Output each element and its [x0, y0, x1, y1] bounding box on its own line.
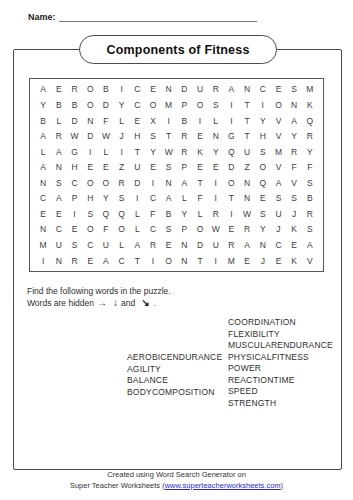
grid-cell: C [271, 237, 287, 253]
grid-cell: F [98, 113, 114, 129]
grid-cell: C [51, 222, 67, 238]
grid-cell: C [129, 97, 145, 113]
grid-cell: O [145, 97, 161, 113]
grid-cell: U [192, 82, 208, 98]
grid-cell: S [114, 191, 130, 207]
word-list-item: AGILITY [127, 364, 222, 376]
grid-cell: S [145, 128, 161, 144]
worksheet-page: Name: Components of Fitness AEROBICENDUR… [0, 0, 353, 500]
grid-cell: R [177, 144, 193, 160]
grid-cell: P [177, 159, 193, 175]
grid-cell: Q [302, 113, 318, 129]
grid-cell: E [192, 128, 208, 144]
grid-cell: C [145, 222, 161, 238]
grid-cell: S [208, 97, 224, 113]
grid-cell: T [161, 128, 177, 144]
grid-cell: E [161, 237, 177, 253]
grid-cell: K [286, 253, 302, 269]
grid-cell: D [177, 82, 193, 98]
puzzle-grid-box: AEROBICENDURANCESMYBBODYCOMPOSITIONKBLDN… [29, 78, 324, 272]
grid-cell: I [208, 175, 224, 191]
grid-cell: V [286, 175, 302, 191]
grid-cell: R [145, 237, 161, 253]
grid-cell: A [35, 159, 51, 175]
grid-cell: I [255, 97, 271, 113]
grid-cell: J [286, 206, 302, 222]
grid-cell: T [129, 144, 145, 160]
grid-cell: W [208, 222, 224, 238]
grid-cell: L [35, 144, 51, 160]
word-list-item: AEROBICENDURANCE [127, 352, 222, 364]
grid-cell: O [192, 222, 208, 238]
grid-cell: S [255, 206, 271, 222]
grid-cell: K [286, 222, 302, 238]
title-banner: Components of Fitness [79, 35, 277, 64]
name-label: Name: [28, 12, 56, 22]
instructions-line2-prefix: Words are hidden [27, 298, 94, 308]
grid-cell: D [192, 237, 208, 253]
grid-cell: G [224, 128, 240, 144]
grid-cell: O [82, 82, 98, 98]
grid-cell: O [255, 159, 271, 175]
grid-cell: D [82, 128, 98, 144]
grid-cell: U [239, 144, 255, 160]
grid-cell: O [161, 253, 177, 269]
grid-cell: N [82, 113, 98, 129]
grid-cell: I [114, 144, 130, 160]
grid-cell: F [302, 159, 318, 175]
grid-cell: F [145, 206, 161, 222]
grid-cell: A [161, 191, 177, 207]
grid-cell: M [302, 82, 318, 98]
grid-cell: F [98, 222, 114, 238]
grid-cell: O [82, 175, 98, 191]
grid-cell: C [82, 237, 98, 253]
grid-cell: K [302, 97, 318, 113]
grid-cell: D [98, 97, 114, 113]
grid-cell: V [302, 253, 318, 269]
grid-cell: R [239, 222, 255, 238]
word-search-grid: AEROBICENDURANCESMYBBODYCOMPOSITIONKBLDN… [35, 82, 317, 269]
grid-cell: P [67, 191, 83, 207]
grid-cell: O [98, 175, 114, 191]
grid-cell: M [35, 237, 51, 253]
instructions-line2-period: . [154, 298, 156, 308]
name-blank-line [59, 21, 257, 22]
grid-cell: W [239, 206, 255, 222]
grid-cell: Q [224, 144, 240, 160]
grid-cell: S [302, 222, 318, 238]
grid-cell: N [239, 175, 255, 191]
grid-cell: E [271, 253, 287, 269]
grid-cell: R [302, 206, 318, 222]
grid-cell: N [161, 82, 177, 98]
grid-cell: E [255, 191, 271, 207]
grid-cell: U [129, 159, 145, 175]
grid-cell: E [98, 159, 114, 175]
grid-cell: I [224, 206, 240, 222]
grid-cell: N [51, 253, 67, 269]
right-arrow-icon: → [97, 297, 107, 308]
footer-line2: Super Teacher Worksheets (www.superteach… [0, 481, 353, 492]
grid-cell: W [161, 144, 177, 160]
instructions-line2-and: and [121, 298, 135, 308]
grid-cell: O [82, 222, 98, 238]
grid-cell: I [82, 144, 98, 160]
grid-cell: E [51, 206, 67, 222]
footer-link[interactable]: www.superteacherworksheets.com [165, 481, 281, 490]
grid-cell: S [271, 191, 287, 207]
grid-cell: E [51, 82, 67, 98]
grid-cell: Y [286, 128, 302, 144]
grid-cell: L [192, 206, 208, 222]
grid-cell: A [177, 175, 193, 191]
grid-cell: I [208, 191, 224, 207]
page-title: Components of Fitness [106, 43, 249, 57]
grid-cell: R [67, 82, 83, 98]
grid-cell: W [67, 128, 83, 144]
word-list-item: FLEXIBILITY [228, 329, 333, 341]
grid-cell: Y [35, 97, 51, 113]
grid-cell: N [35, 222, 51, 238]
grid-cell: D [67, 113, 83, 129]
footer-line1: Created using Word Search Generator on [0, 470, 353, 481]
grid-cell: I [35, 253, 51, 269]
grid-cell: U [51, 237, 67, 253]
grid-cell: C [114, 253, 130, 269]
grid-cell: H [129, 128, 145, 144]
grid-cell: S [161, 159, 177, 175]
grid-cell: C [129, 82, 145, 98]
diagonal-arrow-icon: ↘ [141, 297, 149, 308]
grid-cell: X [145, 113, 161, 129]
grid-cell: O [114, 222, 130, 238]
grid-cell: L [114, 237, 130, 253]
grid-cell: T [192, 175, 208, 191]
grid-cell: H [82, 191, 98, 207]
grid-cell: U [271, 206, 287, 222]
footer-site-suffix: ) [281, 481, 284, 490]
grid-cell: T [129, 253, 145, 269]
grid-cell: C [145, 191, 161, 207]
grid-cell: O [192, 97, 208, 113]
grid-cell: L [51, 113, 67, 129]
grid-cell: S [286, 82, 302, 98]
grid-cell: I [161, 113, 177, 129]
word-list-item: SPEED [228, 386, 333, 398]
word-list-column-right: COORDINATIONFLEXIBILITYMUSCULARENDURANCE… [228, 317, 333, 409]
grid-cell: T [224, 191, 240, 207]
down-arrow-icon: ↓ [113, 297, 118, 308]
grid-cell: R [177, 128, 193, 144]
grid-cell: Z [239, 159, 255, 175]
grid-cell: B [35, 113, 51, 129]
grid-cell: M [161, 97, 177, 113]
grid-cell: I [192, 113, 208, 129]
grid-cell: Q [255, 175, 271, 191]
grid-cell: V [271, 128, 287, 144]
grid-cell: P [177, 97, 193, 113]
grid-cell: L [208, 113, 224, 129]
word-list-item: PHYSICALFITNESS [228, 352, 333, 364]
word-list-column-left: AEROBICENDURANCEAGILITYBALANCEBODYCOMPOS… [127, 352, 222, 398]
footer-site-prefix: Super Teacher Worksheets ( [70, 481, 165, 490]
grid-cell: N [177, 237, 193, 253]
grid-cell: R [114, 175, 130, 191]
grid-cell: P [177, 222, 193, 238]
grid-cell: S [161, 222, 177, 238]
word-list-item: POWER [228, 363, 333, 375]
grid-cell: I [224, 113, 240, 129]
grid-cell: E [82, 159, 98, 175]
word-list-item: MUSCULARENDURANCE [228, 340, 333, 352]
grid-cell: S [302, 175, 318, 191]
footer: Created using Word Search Generator on S… [0, 470, 353, 491]
grid-cell: R [208, 206, 224, 222]
grid-cell: R [67, 253, 83, 269]
grid-cell: N [35, 175, 51, 191]
grid-cell: U [98, 237, 114, 253]
grid-cell: A [239, 237, 255, 253]
grid-cell: J [271, 222, 287, 238]
grid-cell: Y [255, 222, 271, 238]
word-list-item: STRENGTH [228, 398, 333, 410]
word-list-item: BODYCOMPOSITION [127, 387, 222, 399]
grid-cell: Y [145, 144, 161, 160]
grid-cell: A [129, 237, 145, 253]
grid-cell: I [114, 82, 130, 98]
grid-cell: F [192, 191, 208, 207]
grid-cell: R [302, 128, 318, 144]
grid-cell: T [239, 97, 255, 113]
grid-cell: L [114, 113, 130, 129]
grid-cell: D [129, 175, 145, 191]
grid-cell: R [51, 128, 67, 144]
grid-cell: N [255, 237, 271, 253]
grid-cell: E [239, 253, 255, 269]
grid-cell: M [271, 144, 287, 160]
grid-cell: B [161, 206, 177, 222]
grid-cell: A [35, 128, 51, 144]
grid-cell: T [239, 113, 255, 129]
grid-cell: S [255, 144, 271, 160]
grid-cell: H [67, 159, 83, 175]
grid-cell: C [255, 82, 271, 98]
grid-cell: Z [114, 159, 130, 175]
grid-cell: E [35, 206, 51, 222]
grid-cell: C [67, 175, 83, 191]
instructions-line1: Find the following words in the puzzle. [27, 285, 171, 297]
grid-cell: Y [255, 113, 271, 129]
grid-cell: E [145, 82, 161, 98]
grid-cell: E [286, 237, 302, 253]
grid-cell: N [239, 191, 255, 207]
grid-cell: I [67, 206, 83, 222]
grid-cell: I [208, 253, 224, 269]
grid-cell: E [224, 222, 240, 238]
grid-cell: R [224, 237, 240, 253]
grid-cell: N [177, 253, 193, 269]
grid-cell: E [208, 159, 224, 175]
grid-cell: K [192, 144, 208, 160]
grid-cell: N [51, 159, 67, 175]
grid-cell: A [51, 191, 67, 207]
grid-cell: G [67, 144, 83, 160]
grid-cell: A [35, 82, 51, 98]
grid-cell: E [271, 82, 287, 98]
grid-cell: N [161, 175, 177, 191]
grid-cell: B [302, 191, 318, 207]
grid-cell: R [286, 144, 302, 160]
grid-cell: Y [208, 144, 224, 160]
grid-cell: N [208, 128, 224, 144]
grid-cell: A [98, 253, 114, 269]
grid-cell: O [271, 97, 287, 113]
grid-cell: B [51, 97, 67, 113]
grid-cell: M [224, 253, 240, 269]
grid-cell: J [114, 128, 130, 144]
grid-cell: Q [98, 206, 114, 222]
grid-cell: I [145, 253, 161, 269]
grid-cell: F [286, 159, 302, 175]
grid-cell: U [208, 237, 224, 253]
grid-cell: L [129, 206, 145, 222]
grid-cell: A [271, 175, 287, 191]
grid-cell: A [302, 237, 318, 253]
grid-cell: Y [98, 191, 114, 207]
word-list-item: COORDINATION [228, 317, 333, 329]
grid-cell: O [224, 175, 240, 191]
grid-cell: S [67, 237, 83, 253]
grid-cell: T [192, 253, 208, 269]
grid-cell: A [51, 144, 67, 160]
grid-cell: Q [114, 206, 130, 222]
grid-cell: W [98, 128, 114, 144]
grid-cell: N [239, 82, 255, 98]
grid-cell: E [82, 253, 98, 269]
grid-cell: V [271, 113, 287, 129]
word-list-item: REACTIONTIME [228, 375, 333, 387]
grid-cell: I [129, 191, 145, 207]
grid-cell: L [98, 144, 114, 160]
grid-cell: O [82, 97, 98, 113]
grid-cell: L [129, 222, 145, 238]
grid-cell: A [224, 82, 240, 98]
grid-cell: I [145, 175, 161, 191]
instructions: Find the following words in the puzzle. … [27, 285, 171, 309]
grid-cell: V [271, 159, 287, 175]
grid-cell: Y [302, 144, 318, 160]
grid-cell: R [208, 82, 224, 98]
grid-cell: H [255, 128, 271, 144]
instructions-line2: Words are hidden→↓and↘. [27, 297, 171, 309]
grid-cell: L [177, 191, 193, 207]
grid-cell: N [286, 97, 302, 113]
grid-cell: J [255, 253, 271, 269]
grid-cell: B [67, 97, 83, 113]
grid-cell: A [286, 113, 302, 129]
grid-cell: S [286, 191, 302, 207]
grid-cell: C [35, 191, 51, 207]
grid-cell: B [98, 82, 114, 98]
grid-cell: S [82, 206, 98, 222]
grid-cell: B [177, 113, 193, 129]
grid-cell: E [192, 159, 208, 175]
grid-cell: E [129, 113, 145, 129]
grid-cell: D [224, 159, 240, 175]
grid-cell: Y [177, 206, 193, 222]
grid-cell: S [51, 175, 67, 191]
grid-cell: E [145, 159, 161, 175]
word-list-item: BALANCE [127, 375, 222, 387]
grid-cell: I [224, 97, 240, 113]
grid-cell: Y [114, 97, 130, 113]
grid-cell: E [67, 222, 83, 238]
grid-cell: T [239, 128, 255, 144]
